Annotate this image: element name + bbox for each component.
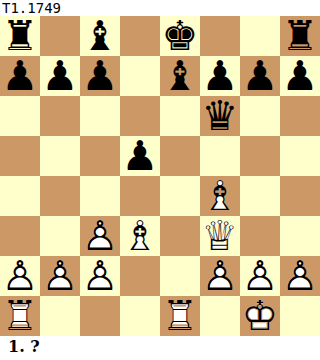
square-c6[interactable] (80, 96, 120, 136)
square-a2[interactable]: ♟♙ (0, 256, 40, 296)
square-g4[interactable] (240, 176, 280, 216)
square-e8[interactable]: ♚ (160, 16, 200, 56)
square-e4[interactable] (160, 176, 200, 216)
square-f4[interactable]: ♝♗ (200, 176, 240, 216)
square-f8[interactable] (200, 16, 240, 56)
piece-black-bishop: ♝ (160, 56, 200, 96)
piece-white-pawn: ♙ (40, 256, 80, 296)
piece-white-bishop-fill: ♝ (120, 216, 160, 256)
piece-black-pawn: ♟ (120, 136, 160, 176)
square-h4[interactable] (280, 176, 320, 216)
square-f7[interactable]: ♟ (200, 56, 240, 96)
square-g2[interactable]: ♟♙ (240, 256, 280, 296)
square-a3[interactable] (0, 216, 40, 256)
square-c4[interactable] (80, 176, 120, 216)
square-d8[interactable] (120, 16, 160, 56)
square-d4[interactable] (120, 176, 160, 216)
piece-black-pawn: ♟ (240, 56, 280, 96)
piece-white-pawn: ♙ (80, 256, 120, 296)
square-a6[interactable] (0, 96, 40, 136)
piece-black-pawn: ♟ (80, 56, 120, 96)
piece-white-rook-fill: ♜ (160, 296, 200, 336)
square-c8[interactable]: ♝ (80, 16, 120, 56)
square-h8[interactable]: ♜ (280, 16, 320, 56)
square-e2[interactable] (160, 256, 200, 296)
square-c5[interactable] (80, 136, 120, 176)
piece-white-pawn-fill: ♟ (280, 256, 320, 296)
square-e5[interactable] (160, 136, 200, 176)
piece-white-bishop: ♗ (120, 216, 160, 256)
square-d5[interactable]: ♟ (120, 136, 160, 176)
square-b4[interactable] (40, 176, 80, 216)
piece-black-bishop: ♝ (80, 16, 120, 56)
square-g5[interactable] (240, 136, 280, 176)
piece-black-rook: ♜ (0, 16, 40, 56)
square-g1[interactable]: ♚♔ (240, 296, 280, 336)
piece-white-king-fill: ♚ (240, 296, 280, 336)
piece-white-pawn: ♙ (240, 256, 280, 296)
piece-black-pawn: ♟ (40, 56, 80, 96)
square-e1[interactable]: ♜♖ (160, 296, 200, 336)
square-d3[interactable]: ♝♗ (120, 216, 160, 256)
piece-white-pawn: ♙ (0, 256, 40, 296)
square-a7[interactable]: ♟ (0, 56, 40, 96)
square-c1[interactable] (80, 296, 120, 336)
square-d2[interactable] (120, 256, 160, 296)
square-h7[interactable]: ♟ (280, 56, 320, 96)
square-g8[interactable] (240, 16, 280, 56)
piece-white-pawn-fill: ♟ (240, 256, 280, 296)
square-f1[interactable] (200, 296, 240, 336)
piece-white-pawn: ♙ (280, 256, 320, 296)
square-d6[interactable] (120, 96, 160, 136)
piece-black-pawn: ♟ (280, 56, 320, 96)
square-a5[interactable] (0, 136, 40, 176)
piece-white-pawn-fill: ♟ (40, 256, 80, 296)
square-c3[interactable]: ♟♙ (80, 216, 120, 256)
square-b8[interactable] (40, 16, 80, 56)
piece-white-pawn-fill: ♟ (80, 256, 120, 296)
piece-white-rook: ♖ (160, 296, 200, 336)
square-h5[interactable] (280, 136, 320, 176)
square-e6[interactable] (160, 96, 200, 136)
square-g3[interactable] (240, 216, 280, 256)
square-g7[interactable]: ♟ (240, 56, 280, 96)
square-b7[interactable]: ♟ (40, 56, 80, 96)
square-h6[interactable] (280, 96, 320, 136)
piece-white-queen: ♕ (200, 216, 240, 256)
square-f5[interactable] (200, 136, 240, 176)
piece-white-pawn: ♙ (200, 256, 240, 296)
square-a4[interactable] (0, 176, 40, 216)
square-b2[interactable]: ♟♙ (40, 256, 80, 296)
piece-white-pawn-fill: ♟ (0, 256, 40, 296)
piece-black-pawn: ♟ (0, 56, 40, 96)
piece-black-rook: ♜ (280, 16, 320, 56)
square-h2[interactable]: ♟♙ (280, 256, 320, 296)
square-b6[interactable] (40, 96, 80, 136)
piece-black-king: ♚ (160, 16, 200, 56)
square-b3[interactable] (40, 216, 80, 256)
square-a1[interactable]: ♜♖ (0, 296, 40, 336)
piece-white-pawn: ♙ (80, 216, 120, 256)
square-b1[interactable] (40, 296, 80, 336)
square-c2[interactable]: ♟♙ (80, 256, 120, 296)
square-d1[interactable] (120, 296, 160, 336)
piece-black-queen: ♛ (200, 96, 240, 136)
piece-black-pawn: ♟ (200, 56, 240, 96)
square-h3[interactable] (280, 216, 320, 256)
square-e7[interactable]: ♝ (160, 56, 200, 96)
piece-white-queen-fill: ♛ (200, 216, 240, 256)
chess-board: ♜♝♚♜♟♟♟♝♟♟♟♛♟♝♗♟♙♝♗♛♕♟♙♟♙♟♙♟♙♟♙♟♙♜♖♜♖♚♔ (0, 16, 320, 336)
square-f6[interactable]: ♛ (200, 96, 240, 136)
square-c7[interactable]: ♟ (80, 56, 120, 96)
square-h1[interactable] (280, 296, 320, 336)
move-prompt: 1. ? (0, 336, 320, 360)
piece-white-pawn-fill: ♟ (80, 216, 120, 256)
piece-white-bishop: ♗ (200, 176, 240, 216)
square-e3[interactable] (160, 216, 200, 256)
piece-white-pawn-fill: ♟ (200, 256, 240, 296)
square-a8[interactable]: ♜ (0, 16, 40, 56)
square-f3[interactable]: ♛♕ (200, 216, 240, 256)
square-b5[interactable] (40, 136, 80, 176)
square-f2[interactable]: ♟♙ (200, 256, 240, 296)
square-d7[interactable] (120, 56, 160, 96)
piece-white-king: ♔ (240, 296, 280, 336)
square-g6[interactable] (240, 96, 280, 136)
piece-white-bishop-fill: ♝ (200, 176, 240, 216)
piece-white-rook-fill: ♜ (0, 296, 40, 336)
piece-white-rook: ♖ (0, 296, 40, 336)
puzzle-title: T1.1749 (0, 0, 320, 16)
